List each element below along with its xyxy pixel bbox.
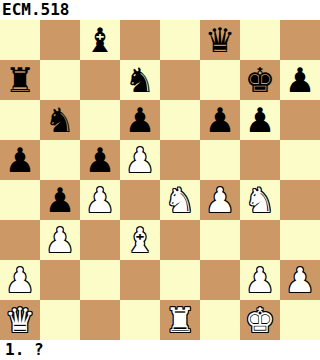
piece-white-rook[interactable]: ♜ [165,300,195,340]
square-b2[interactable] [40,260,80,300]
square-d8[interactable] [120,20,160,60]
title-bar: ECM.518 [0,0,320,20]
piece-black-pawn[interactable]: ♟ [125,100,155,140]
piece-white-king[interactable]: ♚ [245,300,275,340]
square-c5[interactable]: ♟ [80,140,120,180]
square-b3[interactable]: ♟ [40,220,80,260]
square-c7[interactable] [80,60,120,100]
piece-white-knight[interactable]: ♞ [165,180,195,220]
move-prompt: 1. ? [5,340,44,360]
piece-white-pawn[interactable]: ♟ [85,180,115,220]
square-g2[interactable]: ♟ [240,260,280,300]
problem-title: ECM.518 [2,0,69,20]
piece-white-pawn[interactable]: ♟ [205,180,235,220]
square-h1[interactable] [280,300,320,340]
piece-white-pawn[interactable]: ♟ [5,260,35,300]
square-e7[interactable] [160,60,200,100]
square-h8[interactable] [280,20,320,60]
square-f2[interactable] [200,260,240,300]
piece-black-bishop[interactable]: ♝ [85,20,115,60]
square-a7[interactable]: ♜ [0,60,40,100]
square-h7[interactable]: ♟ [280,60,320,100]
square-g7[interactable]: ♚ [240,60,280,100]
square-e4[interactable]: ♞ [160,180,200,220]
piece-white-knight[interactable]: ♞ [245,180,275,220]
piece-black-knight[interactable]: ♞ [125,60,155,100]
square-b4[interactable]: ♟ [40,180,80,220]
square-h2[interactable]: ♟ [280,260,320,300]
square-a6[interactable] [0,100,40,140]
piece-white-pawn[interactable]: ♟ [125,140,155,180]
piece-black-pawn[interactable]: ♟ [205,100,235,140]
square-c1[interactable] [80,300,120,340]
chess-app-window: ECM.518 ♝♛♜♞♚♟♞♟♟♟♟♟♟♟♟♞♟♞♟♝♟♟♟♛♜♚ 1. ? [0,0,320,360]
square-h5[interactable] [280,140,320,180]
square-f3[interactable] [200,220,240,260]
status-bar: 1. ? [0,340,320,360]
square-e3[interactable] [160,220,200,260]
square-e8[interactable] [160,20,200,60]
square-g1[interactable]: ♚ [240,300,280,340]
square-f1[interactable] [200,300,240,340]
square-b8[interactable] [40,20,80,60]
square-f6[interactable]: ♟ [200,100,240,140]
square-h4[interactable] [280,180,320,220]
square-h6[interactable] [280,100,320,140]
square-f7[interactable] [200,60,240,100]
square-b1[interactable] [40,300,80,340]
piece-black-queen[interactable]: ♛ [205,20,235,60]
square-a1[interactable]: ♛ [0,300,40,340]
square-e1[interactable]: ♜ [160,300,200,340]
square-g8[interactable] [240,20,280,60]
square-g4[interactable]: ♞ [240,180,280,220]
square-d5[interactable]: ♟ [120,140,160,180]
square-e2[interactable] [160,260,200,300]
square-d1[interactable] [120,300,160,340]
square-f8[interactable]: ♛ [200,20,240,60]
square-a5[interactable]: ♟ [0,140,40,180]
piece-white-queen[interactable]: ♛ [5,300,35,340]
square-h3[interactable] [280,220,320,260]
piece-black-rook[interactable]: ♜ [5,60,35,100]
piece-black-pawn[interactable]: ♟ [45,180,75,220]
piece-black-pawn[interactable]: ♟ [85,140,115,180]
square-a2[interactable]: ♟ [0,260,40,300]
piece-black-pawn[interactable]: ♟ [5,140,35,180]
square-c8[interactable]: ♝ [80,20,120,60]
square-a4[interactable] [0,180,40,220]
piece-black-knight[interactable]: ♞ [45,100,75,140]
piece-white-bishop[interactable]: ♝ [125,220,155,260]
square-c3[interactable] [80,220,120,260]
square-b6[interactable]: ♞ [40,100,80,140]
piece-black-king[interactable]: ♚ [245,60,275,100]
square-c2[interactable] [80,260,120,300]
square-b5[interactable] [40,140,80,180]
square-g5[interactable] [240,140,280,180]
square-c6[interactable] [80,100,120,140]
square-g3[interactable] [240,220,280,260]
square-e6[interactable] [160,100,200,140]
square-d4[interactable] [120,180,160,220]
square-e5[interactable] [160,140,200,180]
square-d6[interactable]: ♟ [120,100,160,140]
square-a3[interactable] [0,220,40,260]
square-d7[interactable]: ♞ [120,60,160,100]
piece-white-pawn[interactable]: ♟ [245,260,275,300]
piece-black-pawn[interactable]: ♟ [245,100,275,140]
square-b7[interactable] [40,60,80,100]
chess-board: ♝♛♜♞♚♟♞♟♟♟♟♟♟♟♟♞♟♞♟♝♟♟♟♛♜♚ [0,20,320,340]
square-d3[interactable]: ♝ [120,220,160,260]
square-a8[interactable] [0,20,40,60]
square-f5[interactable] [200,140,240,180]
piece-white-pawn[interactable]: ♟ [285,260,315,300]
square-d2[interactable] [120,260,160,300]
piece-white-pawn[interactable]: ♟ [45,220,75,260]
square-g6[interactable]: ♟ [240,100,280,140]
piece-black-pawn[interactable]: ♟ [285,60,315,100]
square-f4[interactable]: ♟ [200,180,240,220]
square-c4[interactable]: ♟ [80,180,120,220]
